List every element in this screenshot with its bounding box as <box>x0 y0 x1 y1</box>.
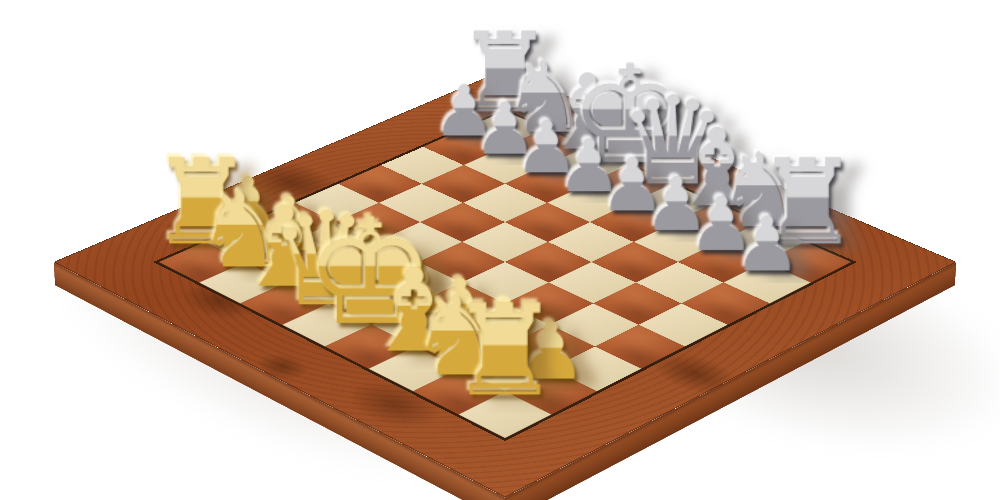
piece-white-rook-h1: ♜♜ <box>437 275 574 415</box>
board-frame: ♜♜♞♞♝♝♚♚♛♛♝♝♞♞♜♜♟♟♟♟♟♟♟♟♟♟♟♟♟♟♟♟♟♟♟♟♟♟♟♟… <box>54 69 957 497</box>
rook-glyph: ♜♜ <box>449 289 561 414</box>
square-h1: ♜♜ <box>459 391 552 438</box>
board-slab: ♜♜♞♞♝♝♚♚♛♛♝♝♞♞♜♜♟♟♟♟♟♟♟♟♟♟♟♟♟♟♟♟♟♟♟♟♟♟♟♟… <box>54 69 957 497</box>
pawn-glyph: ♟♟ <box>733 207 800 282</box>
product-photo[interactable]: ♜♜♞♞♝♝♚♚♛♛♝♝♞♞♜♜♟♟♟♟♟♟♟♟♟♟♟♟♟♟♟♟♟♟♟♟♟♟♟♟… <box>0 0 1000 500</box>
piece-black-pawn-h7: ♟♟ <box>703 197 832 283</box>
